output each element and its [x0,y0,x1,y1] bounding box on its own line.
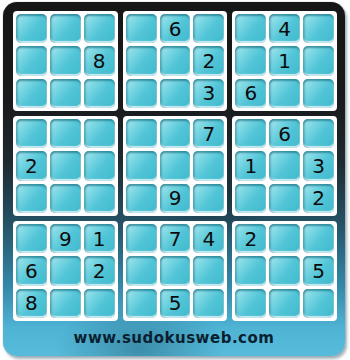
sudoku-cell-r5c7[interactable]: 1 [235,151,266,180]
sudoku-cell-r8c5[interactable] [160,256,191,285]
sudoku-cell-r2c7[interactable] [235,46,266,75]
sudoku-box-4: 2 [13,116,118,216]
sudoku-cell-r6c5[interactable]: 9 [160,184,191,213]
sudoku-box-8: 745 [123,221,228,321]
sudoku-box-7: 91628 [13,221,118,321]
sudoku-cell-r8c1[interactable]: 6 [16,256,47,285]
sudoku-cell-r1c4[interactable] [126,14,157,43]
sudoku-cell-r9c7[interactable] [235,289,266,318]
sudoku-cell-r4c7[interactable] [235,119,266,148]
sudoku-cell-r5c2[interactable] [50,151,81,180]
sudoku-cell-r9c4[interactable] [126,289,157,318]
sudoku-cell-r7c4[interactable] [126,224,157,253]
sudoku-cell-r6c8[interactable] [269,184,300,213]
sudoku-cell-r4c4[interactable] [126,119,157,148]
sudoku-cell-r3c4[interactable] [126,79,157,108]
sudoku-cell-r1c9[interactable] [303,14,334,43]
sudoku-cell-r1c6[interactable] [193,14,224,43]
sudoku-board: 862341627961329162874525 [13,11,337,321]
sudoku-cell-r9c5[interactable]: 5 [160,289,191,318]
sudoku-cell-r7c6[interactable]: 4 [193,224,224,253]
sudoku-cell-r5c6[interactable] [193,151,224,180]
sudoku-cell-r6c6[interactable] [193,184,224,213]
sudoku-box-2: 623 [123,11,228,111]
sudoku-cell-r7c7[interactable]: 2 [235,224,266,253]
sudoku-cell-r5c4[interactable] [126,151,157,180]
sudoku-box-5: 79 [123,116,228,216]
board-frame: 862341627961329162874525 www.sudokusweb.… [3,2,345,356]
sudoku-cell-r8c7[interactable] [235,256,266,285]
sudoku-cell-r4c1[interactable] [16,119,47,148]
sudoku-cell-r2c3[interactable]: 8 [84,46,115,75]
sudoku-cell-r4c9[interactable] [303,119,334,148]
sudoku-cell-r9c6[interactable] [193,289,224,318]
sudoku-cell-r1c2[interactable] [50,14,81,43]
sudoku-cell-r5c8[interactable] [269,151,300,180]
sudoku-cell-r8c4[interactable] [126,256,157,285]
sudoku-cell-r7c5[interactable]: 7 [160,224,191,253]
sudoku-cell-r6c4[interactable] [126,184,157,213]
sudoku-cell-r8c9[interactable]: 5 [303,256,334,285]
sudoku-cell-r1c1[interactable] [16,14,47,43]
sudoku-cell-r9c2[interactable] [50,289,81,318]
sudoku-box-9: 25 [232,221,337,321]
sudoku-cell-r4c2[interactable] [50,119,81,148]
sudoku-cell-r8c6[interactable] [193,256,224,285]
sudoku-cell-r2c9[interactable] [303,46,334,75]
sudoku-box-3: 416 [232,11,337,111]
sudoku-cell-r7c2[interactable]: 9 [50,224,81,253]
sudoku-cell-r1c8[interactable]: 4 [269,14,300,43]
sudoku-cell-r5c9[interactable]: 3 [303,151,334,180]
website-link[interactable]: www.sudokusweb.com [3,329,345,347]
sudoku-cell-r6c3[interactable] [84,184,115,213]
sudoku-cell-r3c5[interactable] [160,79,191,108]
sudoku-cell-r2c6[interactable]: 2 [193,46,224,75]
sudoku-cell-r1c3[interactable] [84,14,115,43]
sudoku-cell-r9c3[interactable] [84,289,115,318]
sudoku-cell-r7c3[interactable]: 1 [84,224,115,253]
sudoku-cell-r8c3[interactable]: 2 [84,256,115,285]
sudoku-cell-r5c1[interactable]: 2 [16,151,47,180]
sudoku-cell-r8c8[interactable] [269,256,300,285]
sudoku-cell-r2c8[interactable]: 1 [269,46,300,75]
sudoku-cell-r7c1[interactable] [16,224,47,253]
sudoku-box-1: 8 [13,11,118,111]
sudoku-cell-r2c5[interactable] [160,46,191,75]
sudoku-cell-r1c7[interactable] [235,14,266,43]
sudoku-cell-r5c5[interactable] [160,151,191,180]
sudoku-widget: 862341627961329162874525 www.sudokusweb.… [0,0,350,360]
sudoku-cell-r4c3[interactable] [84,119,115,148]
sudoku-cell-r3c1[interactable] [16,79,47,108]
sudoku-box-6: 6132 [232,116,337,216]
sudoku-cell-r6c7[interactable] [235,184,266,213]
sudoku-cell-r3c9[interactable] [303,79,334,108]
sudoku-cell-r6c9[interactable]: 2 [303,184,334,213]
sudoku-cell-r3c2[interactable] [50,79,81,108]
sudoku-cell-r3c7[interactable]: 6 [235,79,266,108]
sudoku-cell-r1c5[interactable]: 6 [160,14,191,43]
sudoku-cell-r6c2[interactable] [50,184,81,213]
sudoku-cell-r2c1[interactable] [16,46,47,75]
sudoku-cell-r4c6[interactable]: 7 [193,119,224,148]
sudoku-cell-r8c2[interactable] [50,256,81,285]
sudoku-cell-r4c8[interactable]: 6 [269,119,300,148]
sudoku-cell-r9c1[interactable]: 8 [16,289,47,318]
sudoku-cell-r5c3[interactable] [84,151,115,180]
sudoku-cell-r7c8[interactable] [269,224,300,253]
sudoku-cell-r3c3[interactable] [84,79,115,108]
sudoku-cell-r9c8[interactable] [269,289,300,318]
sudoku-cell-r3c8[interactable] [269,79,300,108]
sudoku-cell-r6c1[interactable] [16,184,47,213]
sudoku-cell-r9c9[interactable] [303,289,334,318]
sudoku-cell-r2c2[interactable] [50,46,81,75]
sudoku-cell-r2c4[interactable] [126,46,157,75]
sudoku-cell-r7c9[interactable] [303,224,334,253]
sudoku-cell-r3c6[interactable]: 3 [193,79,224,108]
sudoku-cell-r4c5[interactable] [160,119,191,148]
